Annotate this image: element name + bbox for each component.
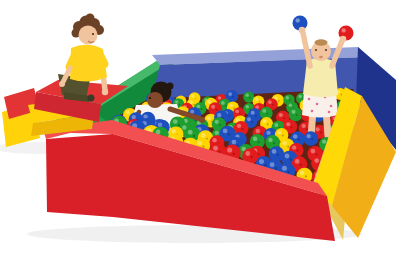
ball xyxy=(289,107,303,121)
ball xyxy=(304,131,319,146)
girl-hair-bun xyxy=(167,83,174,90)
boy-shoe xyxy=(88,95,95,102)
boy-left-hand xyxy=(59,81,65,87)
baby-hair xyxy=(315,39,328,45)
baby-right-hand xyxy=(340,36,347,43)
boy-eye xyxy=(92,33,94,35)
ballpit-illustration xyxy=(0,0,400,270)
held-red-ball-highlight xyxy=(342,28,346,32)
baby-left-hand xyxy=(299,27,306,34)
girl-left-hand xyxy=(199,117,205,123)
boy-right-hand xyxy=(102,89,108,95)
baby-mouth xyxy=(319,56,323,58)
girl-eye xyxy=(149,97,151,99)
baby-right-eye xyxy=(325,49,327,51)
ballpit-photo-scene xyxy=(0,0,400,270)
held-blue-ball-highlight xyxy=(296,18,300,22)
boy-right-sleeve xyxy=(100,56,104,64)
baby-left-eye xyxy=(315,49,317,51)
girl-face xyxy=(147,92,163,108)
